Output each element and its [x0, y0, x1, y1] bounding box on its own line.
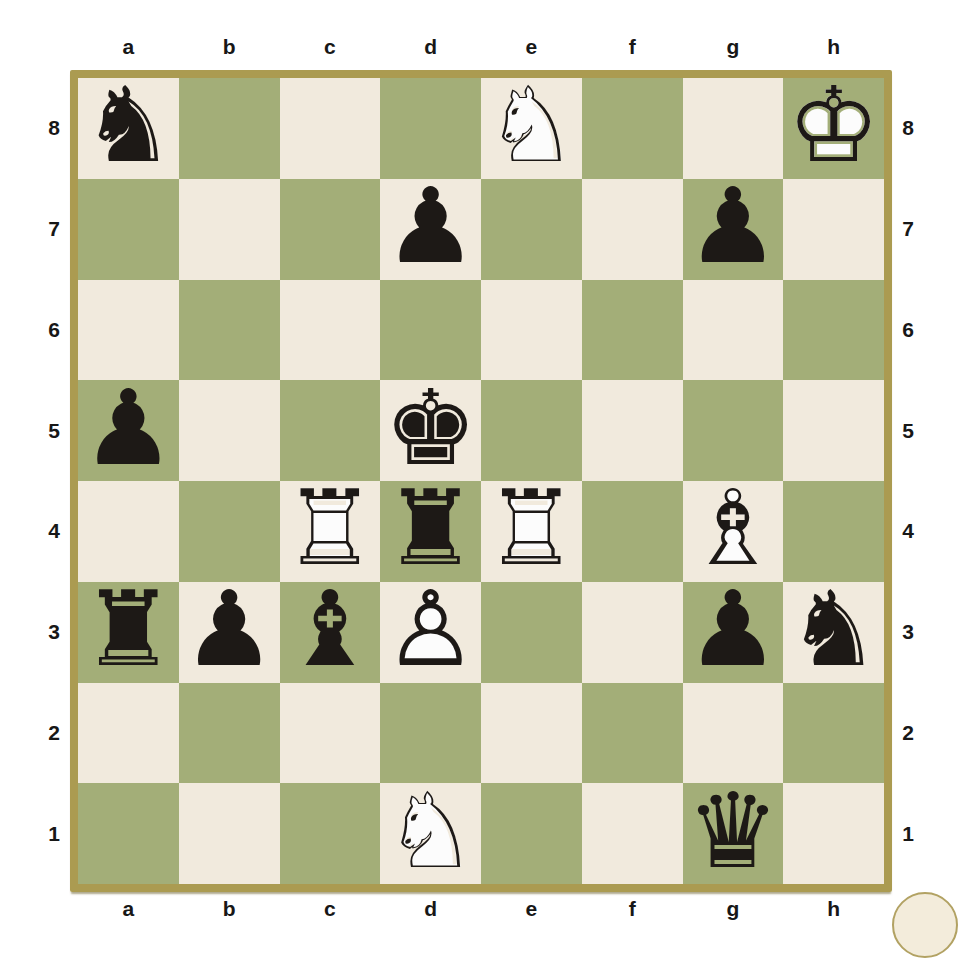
file-label: a — [78, 33, 179, 61]
square-f2[interactable] — [582, 683, 683, 784]
square-h8[interactable]: ♚♔ — [783, 78, 884, 179]
square-f7[interactable] — [582, 179, 683, 280]
rank-label: 1 — [891, 783, 925, 884]
square-b6[interactable] — [179, 280, 280, 381]
square-a7[interactable] — [78, 179, 179, 280]
square-b2[interactable] — [179, 683, 280, 784]
file-label: d — [380, 33, 481, 61]
file-label: e — [481, 895, 582, 923]
square-c7[interactable] — [280, 179, 381, 280]
rank-label: 5 — [37, 380, 71, 481]
square-g4[interactable]: ♝♗ — [683, 481, 784, 582]
white-king[interactable]: ♚♔ — [783, 78, 884, 179]
square-g7[interactable]: ♟ — [683, 179, 784, 280]
piece-solid-layer: ♞ — [783, 579, 884, 680]
square-f3[interactable] — [582, 582, 683, 683]
square-f6[interactable] — [582, 280, 683, 381]
piece-outline-layer: ♙ — [380, 579, 481, 680]
rank-label: 7 — [891, 179, 925, 280]
black-knight[interactable]: ♞ — [783, 582, 884, 683]
piece-outline-layer: ♗ — [683, 478, 784, 579]
piece-solid-layer: ♜ — [78, 579, 179, 680]
piece-outline-layer: ♘ — [380, 780, 481, 881]
square-c5[interactable] — [280, 380, 381, 481]
square-f5[interactable] — [582, 380, 683, 481]
square-h5[interactable] — [783, 380, 884, 481]
square-a4[interactable] — [78, 481, 179, 582]
file-label: h — [783, 33, 884, 61]
piece-solid-layer: ♚ — [380, 377, 481, 478]
piece-solid-layer: ♟ — [78, 377, 179, 478]
rank-label: 5 — [891, 380, 925, 481]
rank-label: 7 — [37, 179, 71, 280]
square-e5[interactable] — [481, 380, 582, 481]
file-label: e — [481, 33, 582, 61]
square-g6[interactable] — [683, 280, 784, 381]
white-knight[interactable]: ♞♘ — [481, 78, 582, 179]
square-c8[interactable] — [280, 78, 381, 179]
square-d4[interactable]: ♜ — [380, 481, 481, 582]
rank-label: 6 — [37, 280, 71, 381]
square-d7[interactable]: ♟ — [380, 179, 481, 280]
square-b5[interactable] — [179, 380, 280, 481]
file-label: c — [280, 895, 381, 923]
piece-solid-layer: ♜ — [380, 478, 481, 579]
rank-label: 4 — [891, 481, 925, 582]
piece-outline-layer: ♖ — [280, 478, 381, 579]
square-f8[interactable] — [582, 78, 683, 179]
file-label: g — [683, 895, 784, 923]
square-h3[interactable]: ♞ — [783, 582, 884, 683]
square-g8[interactable] — [683, 78, 784, 179]
file-label: b — [179, 895, 280, 923]
rank-label: 3 — [891, 582, 925, 683]
square-c4[interactable]: ♜♖ — [280, 481, 381, 582]
piece-solid-layer: ♞ — [78, 75, 179, 176]
piece-outline-layer: ♖ — [481, 478, 582, 579]
square-f4[interactable] — [582, 481, 683, 582]
square-b4[interactable] — [179, 481, 280, 582]
file-label: h — [783, 895, 884, 923]
square-e6[interactable] — [481, 280, 582, 381]
rank-labels-right: 8 7 6 5 4 3 2 1 — [891, 78, 925, 884]
square-a6[interactable] — [78, 280, 179, 381]
square-d2[interactable] — [380, 683, 481, 784]
white-pawn[interactable]: ♟♙ — [380, 582, 481, 683]
square-b8[interactable] — [179, 78, 280, 179]
piece-outline-layer: ♘ — [481, 75, 582, 176]
piece-outline-layer: ♔ — [783, 75, 884, 176]
black-king[interactable]: ♚ — [380, 380, 481, 481]
file-label: b — [179, 33, 280, 61]
square-h4[interactable] — [783, 481, 884, 582]
square-e3[interactable] — [481, 582, 582, 683]
chess-board: ♞♞♘♚♔♟♟♟♚♜♖♜♜♖♝♗♜♟♝♟♙♟♞♞♘♛ — [70, 70, 892, 892]
square-d5[interactable]: ♚ — [380, 380, 481, 481]
black-pawn[interactable]: ♟ — [683, 179, 784, 280]
white-knight[interactable]: ♞♘ — [380, 783, 481, 884]
chess-diagram-page: a b c d e f g h 8 7 6 5 4 3 2 1 ♞♞♘♚♔♟♟♟… — [0, 0, 962, 962]
square-d6[interactable] — [380, 280, 481, 381]
rank-labels-left: 8 7 6 5 4 3 2 1 — [37, 78, 71, 884]
file-labels-top: a b c d e f g h — [78, 33, 884, 61]
rank-label: 6 — [891, 280, 925, 381]
white-bishop[interactable]: ♝♗ — [683, 481, 784, 582]
square-d8[interactable] — [380, 78, 481, 179]
square-e7[interactable] — [481, 179, 582, 280]
piece-solid-layer: ♟ — [683, 176, 784, 277]
white-rook[interactable]: ♜♖ — [280, 481, 381, 582]
piece-solid-layer: ♟ — [179, 579, 280, 680]
square-e1[interactable] — [481, 783, 582, 884]
rank-label: 2 — [37, 683, 71, 784]
square-c6[interactable] — [280, 280, 381, 381]
black-rook[interactable]: ♜ — [78, 582, 179, 683]
square-g1[interactable]: ♛ — [683, 783, 784, 884]
square-a2[interactable] — [78, 683, 179, 784]
rank-label: 8 — [37, 78, 71, 179]
square-d1[interactable]: ♞♘ — [380, 783, 481, 884]
black-bishop[interactable]: ♝ — [280, 582, 381, 683]
rank-label: 2 — [891, 683, 925, 784]
file-label: f — [582, 33, 683, 61]
square-f1[interactable] — [582, 783, 683, 884]
black-rook[interactable]: ♜ — [380, 481, 481, 582]
black-pawn[interactable]: ♟ — [78, 380, 179, 481]
black-queen[interactable]: ♛ — [683, 783, 784, 884]
square-c3[interactable]: ♝ — [280, 582, 381, 683]
rank-label: 3 — [37, 582, 71, 683]
square-h1[interactable] — [783, 783, 884, 884]
piece-solid-layer: ♟ — [683, 579, 784, 680]
square-g5[interactable] — [683, 380, 784, 481]
square-b3[interactable]: ♟ — [179, 582, 280, 683]
piece-solid-layer: ♟ — [380, 176, 481, 277]
rank-label: 4 — [37, 481, 71, 582]
square-b7[interactable] — [179, 179, 280, 280]
square-h7[interactable] — [783, 179, 884, 280]
square-a5[interactable]: ♟ — [78, 380, 179, 481]
square-e4[interactable]: ♜♖ — [481, 481, 582, 582]
square-b1[interactable] — [179, 783, 280, 884]
square-h2[interactable] — [783, 683, 884, 784]
file-label: c — [280, 33, 381, 61]
piece-solid-layer: ♝ — [280, 579, 381, 680]
black-pawn[interactable]: ♟ — [179, 582, 280, 683]
square-a3[interactable]: ♜ — [78, 582, 179, 683]
white-rook[interactable]: ♜♖ — [481, 481, 582, 582]
file-labels-bottom: a b c d e f g h — [78, 895, 884, 923]
square-g2[interactable] — [683, 683, 784, 784]
square-d3[interactable]: ♟♙ — [380, 582, 481, 683]
black-pawn[interactable]: ♟ — [380, 179, 481, 280]
file-label: g — [683, 33, 784, 61]
square-c2[interactable] — [280, 683, 381, 784]
file-label: f — [582, 895, 683, 923]
square-e8[interactable]: ♞♘ — [481, 78, 582, 179]
file-label: a — [78, 895, 179, 923]
square-h6[interactable] — [783, 280, 884, 381]
black-knight[interactable]: ♞ — [78, 78, 179, 179]
square-c1[interactable] — [280, 783, 381, 884]
square-g3[interactable]: ♟ — [683, 582, 784, 683]
rank-label: 8 — [891, 78, 925, 179]
black-pawn[interactable]: ♟ — [683, 582, 784, 683]
square-e2[interactable] — [481, 683, 582, 784]
white-to-move-indicator — [892, 892, 958, 958]
square-a1[interactable] — [78, 783, 179, 884]
rank-label: 1 — [37, 783, 71, 884]
piece-solid-layer: ♛ — [683, 780, 784, 881]
file-label: d — [380, 895, 481, 923]
square-a8[interactable]: ♞ — [78, 78, 179, 179]
